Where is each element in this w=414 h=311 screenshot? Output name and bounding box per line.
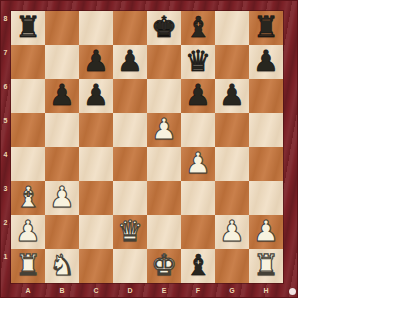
square-g8[interactable] [215,11,249,45]
file-label-h: H [249,286,283,298]
square-e1[interactable]: ♚ [147,249,181,283]
square-e3[interactable] [147,181,181,215]
piece-black-queen[interactable]: ♛ [181,45,215,79]
piece-black-king[interactable]: ♚ [147,11,181,45]
square-e8[interactable]: ♚ [147,11,181,45]
square-c1[interactable] [79,249,113,283]
file-label-b: B [45,286,79,298]
piece-white-king[interactable]: ♚ [147,249,181,283]
square-e7[interactable] [147,45,181,79]
square-h3[interactable] [249,181,283,215]
piece-black-pawn[interactable]: ♟ [45,79,79,113]
rank-label-3: 3 [0,183,11,195]
file-label-e: E [147,286,181,298]
square-g3[interactable] [215,181,249,215]
square-e2[interactable] [147,215,181,249]
square-c6[interactable]: ♟ [79,79,113,113]
piece-black-pawn[interactable]: ♟ [79,45,113,79]
square-b3[interactable]: ♟ [45,181,79,215]
square-h7[interactable]: ♟ [249,45,283,79]
square-b4[interactable] [45,147,79,181]
square-f6[interactable]: ♟ [181,79,215,113]
square-d8[interactable] [113,11,147,45]
piece-white-queen[interactable]: ♛ [113,215,147,249]
piece-white-pawn[interactable]: ♟ [147,113,181,147]
piece-black-rook[interactable]: ♜ [249,11,283,45]
square-h5[interactable] [249,113,283,147]
square-g5[interactable] [215,113,249,147]
piece-black-pawn[interactable]: ♟ [113,45,147,79]
piece-black-pawn[interactable]: ♟ [249,45,283,79]
piece-white-rook[interactable]: ♜ [249,249,283,283]
square-a7[interactable] [11,45,45,79]
square-a6[interactable] [11,79,45,113]
piece-black-pawn[interactable]: ♟ [215,79,249,113]
file-label-g: G [215,286,249,298]
square-a8[interactable]: ♜ [11,11,45,45]
square-d5[interactable] [113,113,147,147]
rank-label-5: 5 [0,115,11,127]
square-h4[interactable] [249,147,283,181]
square-e4[interactable] [147,147,181,181]
square-h2[interactable]: ♟ [249,215,283,249]
square-f4[interactable]: ♟ [181,147,215,181]
square-e5[interactable]: ♟ [147,113,181,147]
rank-label-8: 8 [0,13,11,25]
square-g1[interactable] [215,249,249,283]
square-f3[interactable] [181,181,215,215]
square-b7[interactable] [45,45,79,79]
rank-label-1: 1 [0,251,11,263]
rank-label-4: 4 [0,149,11,161]
white-to-move-indicator [289,288,296,295]
file-label-a: A [11,286,45,298]
chess-board: ♜♚♝♜♟♟♛♟♟♟♟♟♟♟♝♟♟♛♟♟♜♞♚♝♜ 87654321 ABCDE… [0,0,298,298]
piece-white-pawn[interactable]: ♟ [11,215,45,249]
piece-black-bishop[interactable]: ♝ [181,249,215,283]
square-c7[interactable]: ♟ [79,45,113,79]
square-a5[interactable] [11,113,45,147]
board-squares: ♜♚♝♜♟♟♛♟♟♟♟♟♟♟♝♟♟♛♟♟♜♞♚♝♜ [11,11,283,283]
piece-black-bishop[interactable]: ♝ [181,11,215,45]
square-d4[interactable] [113,147,147,181]
square-f2[interactable] [181,215,215,249]
piece-white-knight[interactable]: ♞ [45,249,79,283]
square-f1[interactable]: ♝ [181,249,215,283]
square-g2[interactable]: ♟ [215,215,249,249]
square-f5[interactable] [181,113,215,147]
piece-black-pawn[interactable]: ♟ [181,79,215,113]
square-g6[interactable]: ♟ [215,79,249,113]
square-b2[interactable] [45,215,79,249]
file-label-d: D [113,286,147,298]
square-c3[interactable] [79,181,113,215]
square-a4[interactable] [11,147,45,181]
piece-white-bishop[interactable]: ♝ [11,181,45,215]
square-h8[interactable]: ♜ [249,11,283,45]
piece-white-rook[interactable]: ♜ [11,249,45,283]
square-f8[interactable]: ♝ [181,11,215,45]
square-c4[interactable] [79,147,113,181]
page: ♜♚♝♜♟♟♛♟♟♟♟♟♟♟♝♟♟♛♟♟♜♞♚♝♜ 87654321 ABCDE… [0,0,414,311]
square-h1[interactable]: ♜ [249,249,283,283]
file-label-f: F [181,286,215,298]
square-d1[interactable] [113,249,147,283]
square-h6[interactable] [249,79,283,113]
square-g7[interactable] [215,45,249,79]
square-a2[interactable]: ♟ [11,215,45,249]
rank-label-7: 7 [0,47,11,59]
square-a3[interactable]: ♝ [11,181,45,215]
piece-black-pawn[interactable]: ♟ [79,79,113,113]
square-b5[interactable] [45,113,79,147]
square-e6[interactable] [147,79,181,113]
piece-black-rook[interactable]: ♜ [11,11,45,45]
rank-label-6: 6 [0,81,11,93]
square-a1[interactable]: ♜ [11,249,45,283]
file-label-c: C [79,286,113,298]
square-f7[interactable]: ♛ [181,45,215,79]
square-d6[interactable] [113,79,147,113]
square-b1[interactable]: ♞ [45,249,79,283]
square-d3[interactable] [113,181,147,215]
piece-white-pawn[interactable]: ♟ [45,181,79,215]
rank-label-2: 2 [0,217,11,229]
square-g4[interactable] [215,147,249,181]
square-c5[interactable] [79,113,113,147]
square-c2[interactable] [79,215,113,249]
square-c8[interactable] [79,11,113,45]
piece-white-pawn[interactable]: ♟ [249,215,283,249]
square-d7[interactable]: ♟ [113,45,147,79]
piece-white-pawn[interactable]: ♟ [215,215,249,249]
square-b6[interactable]: ♟ [45,79,79,113]
square-b8[interactable] [45,11,79,45]
square-d2[interactable]: ♛ [113,215,147,249]
piece-white-pawn[interactable]: ♟ [181,147,215,181]
